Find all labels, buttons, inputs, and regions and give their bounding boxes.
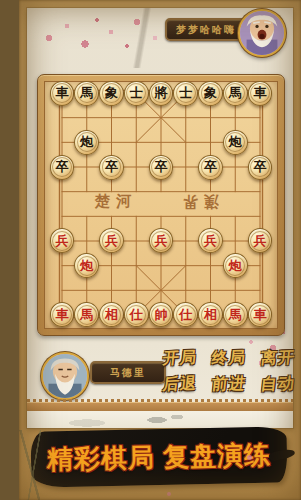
board-cell[interactable]: 卒 (248, 155, 273, 180)
replay-controls: 开局 终局 离开 后退 前进 自动 (163, 348, 295, 400)
piece-red-車[interactable]: 車 (248, 302, 273, 327)
piece-red-馬[interactable]: 馬 (223, 302, 248, 327)
board-cell[interactable] (99, 204, 124, 229)
piece-black-馬[interactable]: 馬 (74, 81, 99, 106)
piece-black-士[interactable]: 士 (173, 81, 198, 106)
board-cell[interactable] (99, 278, 124, 303)
top-player-nameplate: 梦梦哈哈嗨 (165, 18, 247, 41)
piece-glyph: 兵 (204, 234, 217, 247)
board-cell[interactable]: 士 (173, 81, 198, 106)
board-cell[interactable] (149, 253, 174, 278)
piece-black-卒[interactable]: 卒 (50, 155, 75, 180)
xiangqi-board: 楚河 漢界 車馬象士將士象馬車炮炮卒卒卒卒卒兵兵兵兵兵炮炮車馬相仕帥仕相馬車 (37, 74, 285, 336)
piece-glyph: 炮 (80, 259, 93, 272)
piece-red-相[interactable]: 相 (99, 302, 124, 327)
board-cell[interactable]: 兵 (248, 229, 273, 254)
piece-glyph: 相 (204, 308, 217, 321)
bottom-player-nameplate: 马德里 (90, 361, 166, 384)
board-cell[interactable] (50, 130, 75, 155)
piece-glyph: 士 (179, 86, 192, 99)
piece-red-兵[interactable]: 兵 (50, 228, 75, 253)
board-cell[interactable] (198, 105, 223, 130)
board-cell[interactable] (99, 253, 124, 278)
bottom-avatar-face-icon (43, 354, 87, 398)
piece-red-兵[interactable]: 兵 (198, 228, 223, 253)
bottom-player-avatar[interactable] (41, 352, 89, 400)
board-surface: 楚河 漢界 車馬象士將士象馬車炮炮卒卒卒卒卒兵兵兵兵兵炮炮車馬相仕帥仕相馬車 (44, 81, 278, 329)
piece-red-仕[interactable]: 仕 (124, 302, 149, 327)
board-cell[interactable] (50, 179, 75, 204)
piece-red-炮[interactable]: 炮 (223, 253, 248, 278)
piece-black-炮[interactable]: 炮 (223, 130, 248, 155)
board-cell[interactable] (173, 179, 198, 204)
piece-glyph: 馬 (80, 86, 93, 99)
piece-glyph: 將 (154, 86, 167, 99)
board-cell[interactable] (50, 278, 75, 303)
board-cell[interactable] (149, 278, 174, 303)
board-cell[interactable] (74, 179, 99, 204)
piece-red-兵[interactable]: 兵 (248, 228, 273, 253)
board-cell[interactable]: 相 (198, 303, 223, 328)
board-cell[interactable]: 車 (248, 303, 273, 328)
petal-decoration-2 (167, 492, 171, 496)
piece-black-馬[interactable]: 馬 (223, 81, 248, 106)
board-cell[interactable] (99, 130, 124, 155)
board-cell[interactable] (149, 179, 174, 204)
board-cell[interactable]: 車 (50, 303, 75, 328)
board-cell[interactable]: 馬 (223, 81, 248, 106)
piece-red-仕[interactable]: 仕 (173, 302, 198, 327)
board-cell[interactable]: 仕 (173, 303, 198, 328)
board-cell[interactable] (173, 278, 198, 303)
piece-glyph: 炮 (229, 135, 242, 148)
piece-red-相[interactable]: 相 (198, 302, 223, 327)
board-cell[interactable] (173, 155, 198, 180)
board-cell[interactable] (74, 155, 99, 180)
board-cell[interactable]: 車 (50, 81, 75, 106)
board-cell[interactable] (223, 229, 248, 254)
piece-glyph: 車 (253, 308, 266, 321)
board-cell[interactable]: 士 (124, 81, 149, 106)
btn-endgame[interactable]: 终局 (211, 347, 247, 367)
btn-opening[interactable]: 开局 (162, 347, 198, 367)
bottom-player-name: 马德里 (110, 368, 146, 378)
board-cell[interactable]: 卒 (198, 155, 223, 180)
board-cell[interactable] (149, 130, 174, 155)
board-cell[interactable] (124, 105, 149, 130)
board-cell[interactable]: 車 (248, 81, 273, 106)
piece-red-兵[interactable]: 兵 (149, 228, 174, 253)
piece-glyph: 帥 (154, 308, 167, 321)
board-cell[interactable] (248, 278, 273, 303)
piece-black-象[interactable]: 象 (198, 81, 223, 106)
board-cell[interactable] (223, 204, 248, 229)
btn-step-back[interactable]: 后退 (162, 374, 198, 394)
board-cell[interactable]: 象 (99, 81, 124, 106)
board-cell[interactable]: 炮 (223, 253, 248, 278)
board-cell[interactable] (99, 179, 124, 204)
piece-glyph: 卒 (253, 160, 266, 173)
piece-glyph: 相 (105, 308, 118, 321)
top-player-avatar[interactable] (238, 9, 286, 57)
btn-step-forward[interactable]: 前进 (211, 374, 247, 394)
piece-red-帥[interactable]: 帥 (149, 302, 174, 327)
board-cell[interactable]: 將 (149, 81, 174, 106)
controls-row-1: 开局 终局 离开 (163, 348, 295, 367)
piece-glyph: 象 (105, 86, 118, 99)
piece-glyph: 士 (130, 86, 143, 99)
board-cell[interactable] (223, 155, 248, 180)
piece-glyph: 炮 (80, 135, 93, 148)
piece-red-車[interactable]: 車 (50, 302, 75, 327)
panel-trim (27, 402, 293, 411)
board-cell[interactable] (74, 204, 99, 229)
board-cell[interactable] (173, 229, 198, 254)
piece-glyph: 炮 (229, 259, 242, 272)
piece-glyph: 兵 (105, 234, 118, 247)
board-cell[interactable] (124, 204, 149, 229)
piece-black-炮[interactable]: 炮 (74, 130, 99, 155)
top-avatar-face-icon (240, 11, 284, 55)
piece-black-將[interactable]: 將 (149, 81, 174, 106)
board-cell[interactable]: 兵 (99, 229, 124, 254)
piece-glyph: 車 (55, 86, 68, 99)
board-cell[interactable] (223, 179, 248, 204)
piece-black-象[interactable]: 象 (99, 81, 124, 106)
piece-red-炮[interactable]: 炮 (74, 253, 99, 278)
piece-glyph: 馬 (80, 308, 93, 321)
controls-row-2: 后退 前进 自动 (163, 374, 295, 393)
board-cell[interactable] (50, 204, 75, 229)
board-cell[interactable] (173, 130, 198, 155)
paper-panel: 梦梦哈哈嗨 楚河 漢界 車馬象士將士象馬車炮炮卒卒卒 (27, 8, 293, 428)
piece-black-車[interactable]: 車 (248, 81, 273, 106)
board-cell[interactable]: 兵 (50, 229, 75, 254)
board-cell[interactable]: 炮 (74, 253, 99, 278)
piece-glyph: 卒 (154, 160, 167, 173)
piece-glyph: 仕 (179, 308, 192, 321)
board-cell[interactable] (74, 229, 99, 254)
board-cell[interactable] (124, 253, 149, 278)
board-cell[interactable] (198, 179, 223, 204)
board-cell[interactable]: 炮 (74, 130, 99, 155)
board-cell[interactable]: 兵 (149, 229, 174, 254)
ink-painting-strip (27, 411, 293, 428)
board-cell[interactable]: 卒 (149, 155, 174, 180)
piece-red-兵[interactable]: 兵 (99, 228, 124, 253)
board-cell[interactable]: 馬 (74, 303, 99, 328)
board-cell[interactable] (223, 278, 248, 303)
board-cell[interactable] (124, 130, 149, 155)
board-cell[interactable] (198, 130, 223, 155)
board-cell[interactable] (198, 278, 223, 303)
board-cell[interactable] (248, 204, 273, 229)
piece-glyph: 象 (204, 86, 217, 99)
board-cell[interactable] (173, 105, 198, 130)
btn-leave[interactable]: 离开 (260, 347, 296, 367)
piece-black-車[interactable]: 車 (50, 81, 75, 106)
piece-glyph: 兵 (154, 234, 167, 247)
board-cell[interactable]: 炮 (223, 130, 248, 155)
piece-glyph: 兵 (55, 234, 68, 247)
piece-glyph: 車 (253, 86, 266, 99)
piece-glyph: 馬 (229, 86, 242, 99)
board-pieces-grid: 車馬象士將士象馬車炮炮卒卒卒卒卒兵兵兵兵兵炮炮車馬相仕帥仕相馬車 (50, 81, 273, 328)
board-cell[interactable]: 卒 (99, 155, 124, 180)
board-cell[interactable]: 帥 (149, 303, 174, 328)
promo-banner-text: 精彩棋局 复盘演练 (47, 437, 272, 477)
board-cell[interactable] (198, 253, 223, 278)
piece-black-卒[interactable]: 卒 (198, 155, 223, 180)
board-cell[interactable]: 馬 (74, 81, 99, 106)
piece-glyph: 卒 (204, 160, 217, 173)
piece-glyph: 仕 (130, 308, 143, 321)
piece-glyph: 卒 (105, 160, 118, 173)
piece-glyph: 車 (55, 308, 68, 321)
board-cell[interactable]: 卒 (50, 155, 75, 180)
board-cell[interactable]: 象 (198, 81, 223, 106)
board-cell[interactable] (248, 179, 273, 204)
board-cell[interactable] (248, 130, 273, 155)
board-cell[interactable]: 仕 (124, 303, 149, 328)
board-cell[interactable] (124, 179, 149, 204)
piece-glyph: 馬 (229, 308, 242, 321)
board-cell[interactable] (173, 204, 198, 229)
piece-glyph: 兵 (253, 234, 266, 247)
piece-black-卒[interactable]: 卒 (99, 155, 124, 180)
piece-black-卒[interactable]: 卒 (248, 155, 273, 180)
top-player-name: 梦梦哈哈嗨 (176, 25, 236, 35)
piece-black-卒[interactable]: 卒 (149, 155, 174, 180)
board-cell[interactable] (74, 105, 99, 130)
board-cell[interactable] (50, 105, 75, 130)
board-cell[interactable]: 相 (99, 303, 124, 328)
board-cell[interactable] (248, 253, 273, 278)
board-cell[interactable] (198, 204, 223, 229)
board-cell[interactable] (223, 105, 248, 130)
board-cell[interactable] (74, 278, 99, 303)
board-cell[interactable] (50, 253, 75, 278)
board-cell[interactable] (124, 229, 149, 254)
board-cell[interactable] (248, 105, 273, 130)
board-cell[interactable] (173, 253, 198, 278)
piece-red-馬[interactable]: 馬 (74, 302, 99, 327)
piece-black-士[interactable]: 士 (124, 81, 149, 106)
board-cell[interactable] (149, 105, 174, 130)
petal-decoration (247, 455, 252, 460)
board-cell[interactable] (124, 278, 149, 303)
board-cell[interactable]: 馬 (223, 303, 248, 328)
bamboo-decoration (19, 430, 41, 500)
board-cell[interactable] (99, 105, 124, 130)
piece-glyph: 卒 (55, 160, 68, 173)
board-cell[interactable] (149, 204, 174, 229)
btn-auto-play[interactable]: 自动 (260, 374, 296, 394)
app-screen: 梦梦哈哈嗨 楚河 漢界 車馬象士將士象馬車炮炮卒卒卒 (19, 0, 301, 500)
board-cell[interactable]: 兵 (198, 229, 223, 254)
board-cell[interactable] (124, 155, 149, 180)
